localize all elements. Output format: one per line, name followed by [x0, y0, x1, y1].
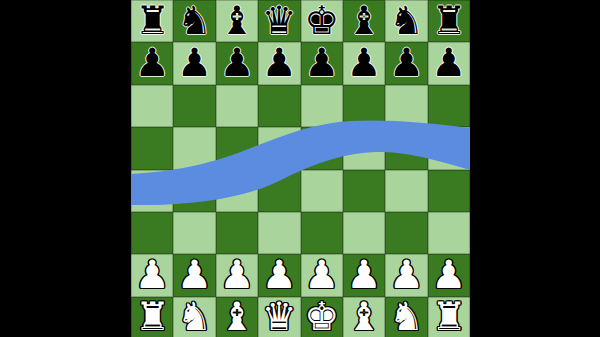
black-bishop-piece[interactable]: ♝ [219, 1, 254, 40]
square-d2[interactable]: ♟ [258, 254, 300, 296]
square-b6[interactable] [173, 85, 215, 127]
square-g1[interactable]: ♞ [385, 297, 427, 337]
square-h6[interactable] [428, 85, 470, 127]
square-e5[interactable] [301, 127, 343, 169]
black-queen-piece[interactable]: ♛ [262, 1, 297, 40]
black-bishop-piece[interactable]: ♝ [347, 1, 382, 40]
square-h3[interactable] [428, 212, 470, 254]
black-pawn-piece[interactable]: ♟ [347, 43, 382, 82]
black-knight-piece[interactable]: ♞ [177, 1, 212, 40]
square-h2[interactable]: ♟ [428, 254, 470, 296]
square-d4[interactable] [258, 170, 300, 212]
square-a3[interactable] [131, 212, 173, 254]
black-pawn-piece[interactable]: ♟ [431, 43, 466, 82]
square-e1[interactable]: ♚ [301, 297, 343, 337]
square-d6[interactable] [258, 85, 300, 127]
square-d8[interactable]: ♛ [258, 0, 300, 42]
square-h1[interactable]: ♜ [428, 297, 470, 337]
black-rook-piece[interactable]: ♜ [431, 1, 466, 40]
square-d1[interactable]: ♛ [258, 297, 300, 337]
square-g4[interactable] [385, 170, 427, 212]
square-b3[interactable] [173, 212, 215, 254]
square-h5[interactable] [428, 127, 470, 169]
white-knight-piece[interactable]: ♞ [177, 297, 212, 336]
square-e8[interactable]: ♚ [301, 0, 343, 42]
square-e2[interactable]: ♟ [301, 254, 343, 296]
black-knight-piece[interactable]: ♞ [389, 1, 424, 40]
square-a1[interactable]: ♜ [131, 297, 173, 337]
white-rook-piece[interactable]: ♜ [135, 297, 170, 336]
square-a8[interactable]: ♜ [131, 0, 173, 42]
square-b5[interactable] [173, 127, 215, 169]
black-pawn-piece[interactable]: ♟ [389, 43, 424, 82]
chess-board: ♜♞♝♛♚♝♞♜♟♟♟♟♟♟♟♟♟♟♟♟♟♟♟♟♜♞♝♛♚♝♞♜ [131, 0, 470, 337]
square-b1[interactable]: ♞ [173, 297, 215, 337]
square-e7[interactable]: ♟ [301, 42, 343, 84]
square-a7[interactable]: ♟ [131, 42, 173, 84]
white-knight-piece[interactable]: ♞ [389, 297, 424, 336]
square-f3[interactable] [343, 212, 385, 254]
black-pawn-piece[interactable]: ♟ [262, 43, 297, 82]
square-a4[interactable] [131, 170, 173, 212]
square-f4[interactable] [343, 170, 385, 212]
square-a5[interactable] [131, 127, 173, 169]
square-c7[interactable]: ♟ [216, 42, 258, 84]
square-h4[interactable] [428, 170, 470, 212]
square-b7[interactable]: ♟ [173, 42, 215, 84]
square-g6[interactable] [385, 85, 427, 127]
square-c5[interactable] [216, 127, 258, 169]
app-background: ♜♞♝♛♚♝♞♜♟♟♟♟♟♟♟♟♟♟♟♟♟♟♟♟♜♞♝♛♚♝♞♜ [0, 0, 600, 337]
black-pawn-piece[interactable]: ♟ [177, 43, 212, 82]
square-g7[interactable]: ♟ [385, 42, 427, 84]
black-king-piece[interactable]: ♚ [304, 1, 339, 40]
white-rook-piece[interactable]: ♜ [431, 297, 466, 336]
white-pawn-piece[interactable]: ♟ [431, 255, 466, 294]
square-c3[interactable] [216, 212, 258, 254]
square-e4[interactable] [301, 170, 343, 212]
square-a6[interactable] [131, 85, 173, 127]
square-f2[interactable]: ♟ [343, 254, 385, 296]
square-c8[interactable]: ♝ [216, 0, 258, 42]
square-c6[interactable] [216, 85, 258, 127]
square-f1[interactable]: ♝ [343, 297, 385, 337]
square-b8[interactable]: ♞ [173, 0, 215, 42]
black-pawn-piece[interactable]: ♟ [135, 43, 170, 82]
white-pawn-piece[interactable]: ♟ [347, 255, 382, 294]
square-c2[interactable]: ♟ [216, 254, 258, 296]
square-e6[interactable] [301, 85, 343, 127]
white-pawn-piece[interactable]: ♟ [135, 255, 170, 294]
square-h7[interactable]: ♟ [428, 42, 470, 84]
white-pawn-piece[interactable]: ♟ [389, 255, 424, 294]
white-pawn-piece[interactable]: ♟ [262, 255, 297, 294]
white-pawn-piece[interactable]: ♟ [304, 255, 339, 294]
white-bishop-piece[interactable]: ♝ [219, 297, 254, 336]
white-king-piece[interactable]: ♚ [304, 297, 339, 336]
square-d7[interactable]: ♟ [258, 42, 300, 84]
square-f6[interactable] [343, 85, 385, 127]
square-f7[interactable]: ♟ [343, 42, 385, 84]
square-a2[interactable]: ♟ [131, 254, 173, 296]
black-rook-piece[interactable]: ♜ [135, 1, 170, 40]
square-c1[interactable]: ♝ [216, 297, 258, 337]
square-e3[interactable] [301, 212, 343, 254]
square-g3[interactable] [385, 212, 427, 254]
square-g5[interactable] [385, 127, 427, 169]
black-pawn-piece[interactable]: ♟ [219, 43, 254, 82]
white-bishop-piece[interactable]: ♝ [347, 297, 382, 336]
square-h8[interactable]: ♜ [428, 0, 470, 42]
square-c4[interactable] [216, 170, 258, 212]
square-d3[interactable] [258, 212, 300, 254]
square-f5[interactable] [343, 127, 385, 169]
square-b4[interactable] [173, 170, 215, 212]
square-g8[interactable]: ♞ [385, 0, 427, 42]
square-b2[interactable]: ♟ [173, 254, 215, 296]
square-g2[interactable]: ♟ [385, 254, 427, 296]
square-f8[interactable]: ♝ [343, 0, 385, 42]
white-queen-piece[interactable]: ♛ [262, 297, 297, 336]
white-pawn-piece[interactable]: ♟ [177, 255, 212, 294]
white-pawn-piece[interactable]: ♟ [219, 255, 254, 294]
square-d5[interactable] [258, 127, 300, 169]
black-pawn-piece[interactable]: ♟ [304, 43, 339, 82]
